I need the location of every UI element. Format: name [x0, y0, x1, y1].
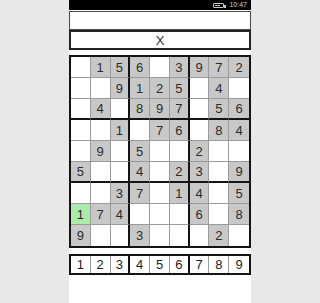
cell-r5c3[interactable] [111, 141, 131, 162]
cell-r3c5[interactable]: 9 [150, 99, 170, 120]
cell-r1c3[interactable]: 5 [111, 57, 131, 78]
cell-r1c2[interactable]: 1 [91, 57, 111, 78]
cell-r3c6[interactable]: 7 [170, 99, 190, 120]
entry-bar [69, 11, 251, 30]
cell-r2c6[interactable]: 5 [170, 78, 190, 99]
cell-r8c5[interactable] [150, 204, 170, 225]
app-window: 10:47 X 15639729125448975617684952542393… [69, 0, 251, 303]
cell-r4c4[interactable] [130, 120, 150, 141]
numpad-7[interactable]: 7 [190, 256, 210, 273]
cell-r3c1[interactable] [71, 99, 91, 120]
cell-r6c5[interactable] [150, 162, 170, 183]
cell-r1c4[interactable]: 6 [130, 57, 150, 78]
cell-r9c9[interactable] [229, 225, 249, 246]
cell-r7c2[interactable] [91, 183, 111, 204]
cell-r2c9[interactable] [229, 78, 249, 99]
numpad-4[interactable]: 4 [130, 256, 150, 273]
cell-r8c7[interactable]: 6 [190, 204, 210, 225]
cell-r8c9[interactable]: 8 [229, 204, 249, 225]
cell-r8c6[interactable] [170, 204, 190, 225]
cell-r8c3[interactable]: 4 [111, 204, 131, 225]
cell-r5c9[interactable] [229, 141, 249, 162]
numpad-1[interactable]: 1 [71, 256, 91, 273]
cell-r1c9[interactable]: 2 [229, 57, 249, 78]
cell-r2c2[interactable] [91, 78, 111, 99]
cell-r6c6[interactable]: 2 [170, 162, 190, 183]
cell-r4c5[interactable]: 7 [150, 120, 170, 141]
cell-r4c3[interactable]: 1 [111, 120, 131, 141]
numpad-9[interactable]: 9 [229, 256, 249, 273]
cell-r6c2[interactable] [91, 162, 111, 183]
cell-r6c4[interactable]: 4 [130, 162, 150, 183]
cell-r3c4[interactable]: 8 [130, 99, 150, 120]
cell-r7c8[interactable] [209, 183, 229, 204]
cell-r7c5[interactable] [150, 183, 170, 204]
cell-r9c3[interactable] [111, 225, 131, 246]
cell-r7c7[interactable]: 4 [190, 183, 210, 204]
cell-r9c2[interactable] [91, 225, 111, 246]
clear-button[interactable]: X [69, 30, 251, 50]
cell-r8c2[interactable]: 7 [91, 204, 111, 225]
battery-icon [213, 3, 224, 8]
numpad-6[interactable]: 6 [170, 256, 190, 273]
cell-r2c4[interactable]: 1 [130, 78, 150, 99]
cell-r5c4[interactable]: 5 [130, 141, 150, 162]
cell-r5c7[interactable]: 2 [190, 141, 210, 162]
cell-r3c9[interactable]: 6 [229, 99, 249, 120]
status-bar: 10:47 [69, 0, 251, 10]
cell-r9c7[interactable] [190, 225, 210, 246]
cell-r3c3[interactable] [111, 99, 131, 120]
number-pad: 123456789 [69, 254, 251, 275]
clock: 10:47 [229, 0, 247, 10]
cell-r6c9[interactable]: 9 [229, 162, 249, 183]
cell-r2c7[interactable] [190, 78, 210, 99]
cell-r2c8[interactable]: 4 [209, 78, 229, 99]
cell-r4c9[interactable]: 4 [229, 120, 249, 141]
cell-r6c3[interactable] [111, 162, 131, 183]
numpad-5[interactable]: 5 [150, 256, 170, 273]
cell-r4c8[interactable]: 8 [209, 120, 229, 141]
cell-r8c1[interactable]: 1 [71, 204, 91, 225]
cell-r4c1[interactable] [71, 120, 91, 141]
cell-r7c4[interactable]: 7 [130, 183, 150, 204]
cell-r1c5[interactable] [150, 57, 170, 78]
cell-r4c2[interactable] [91, 120, 111, 141]
cell-r6c8[interactable] [209, 162, 229, 183]
cell-r9c4[interactable]: 3 [130, 225, 150, 246]
cell-r6c1[interactable]: 5 [71, 162, 91, 183]
cell-r3c7[interactable] [190, 99, 210, 120]
cell-r7c9[interactable]: 5 [229, 183, 249, 204]
cell-r9c8[interactable]: 2 [209, 225, 229, 246]
cell-r8c4[interactable] [130, 204, 150, 225]
cell-r2c3[interactable]: 9 [111, 78, 131, 99]
cell-r5c1[interactable] [71, 141, 91, 162]
cell-r3c2[interactable]: 4 [91, 99, 111, 120]
cell-r9c5[interactable] [150, 225, 170, 246]
cell-r9c1[interactable]: 9 [71, 225, 91, 246]
cell-r2c5[interactable]: 2 [150, 78, 170, 99]
numpad-2[interactable]: 2 [91, 256, 111, 273]
cell-r1c1[interactable] [71, 57, 91, 78]
cell-r9c6[interactable] [170, 225, 190, 246]
numpad-3[interactable]: 3 [111, 256, 131, 273]
cell-r4c7[interactable] [190, 120, 210, 141]
cell-r1c7[interactable]: 9 [190, 57, 210, 78]
cell-r3c8[interactable]: 5 [209, 99, 229, 120]
cell-r6c7[interactable]: 3 [190, 162, 210, 183]
cell-r7c3[interactable]: 3 [111, 183, 131, 204]
cell-r7c1[interactable] [71, 183, 91, 204]
cell-r5c6[interactable] [170, 141, 190, 162]
cell-r1c6[interactable]: 3 [170, 57, 190, 78]
cell-r5c2[interactable]: 9 [91, 141, 111, 162]
cell-r8c8[interactable] [209, 204, 229, 225]
cell-r5c5[interactable] [150, 141, 170, 162]
cell-r2c1[interactable] [71, 78, 91, 99]
sudoku-board: 1563972912544897561768495254239371451746… [69, 55, 251, 248]
cell-r7c6[interactable]: 1 [170, 183, 190, 204]
cell-r1c8[interactable]: 7 [209, 57, 229, 78]
cell-r5c8[interactable] [209, 141, 229, 162]
numpad-8[interactable]: 8 [209, 256, 229, 273]
cell-r4c6[interactable]: 6 [170, 120, 190, 141]
